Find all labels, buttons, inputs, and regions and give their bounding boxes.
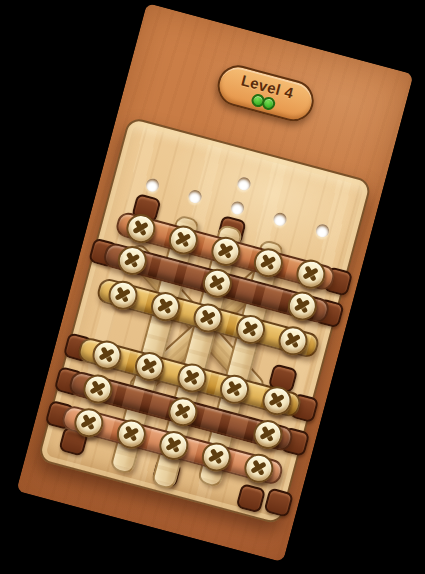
peg-board: [37, 116, 373, 525]
screenshot-canvas: Level 4: [0, 0, 425, 574]
screw-hole: [236, 175, 252, 191]
anchor-socket: [235, 482, 266, 513]
anchor-socket: [263, 487, 294, 518]
screw-hole: [272, 211, 288, 227]
screw-hole: [187, 188, 203, 204]
screw-hole: [144, 177, 160, 193]
game-screen: Level 4: [16, 3, 413, 562]
screw-hole: [314, 222, 330, 238]
level-badge: Level 4: [213, 61, 318, 126]
screw-hole: [229, 199, 245, 215]
